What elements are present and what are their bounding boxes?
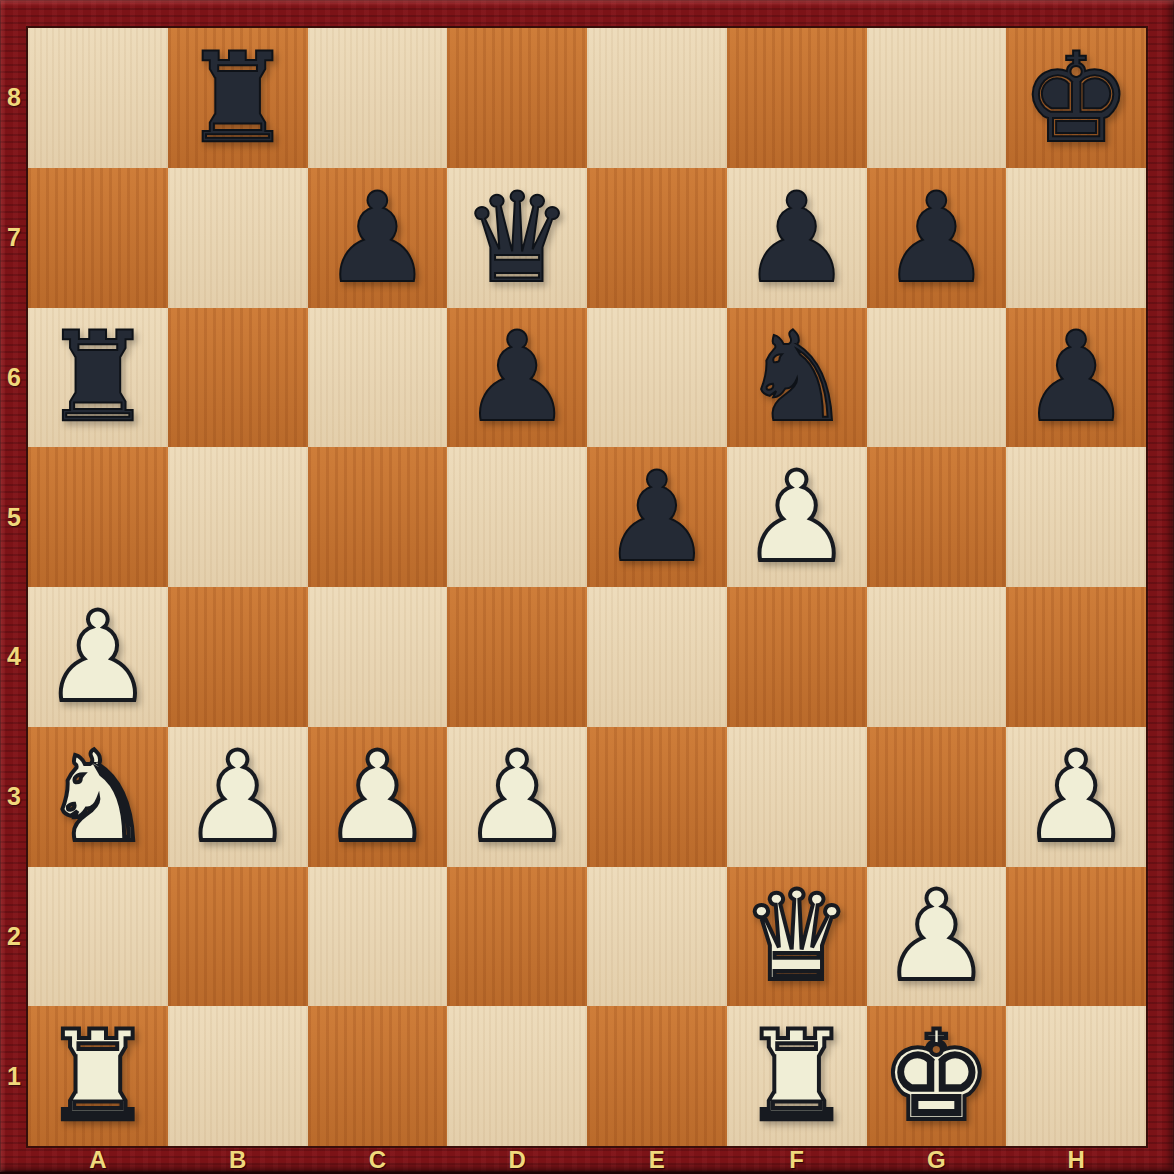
square-h6[interactable]: ♟ [1006,308,1146,448]
square-c5[interactable] [308,447,448,587]
square-a4[interactable]: ♟ [28,587,168,727]
square-d4[interactable] [447,587,587,727]
square-f1[interactable]: ♜ [727,1006,867,1146]
file-label-A: A [28,1146,168,1174]
square-h3[interactable]: ♟ [1006,727,1146,867]
piece-white-rook[interactable]: ♜ [42,1014,153,1138]
square-b6[interactable] [168,308,308,448]
square-f5[interactable]: ♟ [727,447,867,587]
square-h8[interactable]: ♚ [1006,28,1146,168]
piece-white-pawn[interactable]: ♟ [182,735,293,859]
square-a1[interactable]: ♜ [28,1006,168,1146]
square-e2[interactable] [587,867,727,1007]
piece-white-pawn[interactable]: ♟ [322,735,433,859]
square-d5[interactable] [447,447,587,587]
square-e3[interactable] [587,727,727,867]
rank-label-8: 8 [0,28,28,168]
piece-black-pawn[interactable]: ♟ [881,176,992,300]
square-e1[interactable] [587,1006,727,1146]
square-b3[interactable]: ♟ [168,727,308,867]
square-e8[interactable] [587,28,727,168]
square-f3[interactable] [727,727,867,867]
file-label-F: F [727,1146,867,1174]
piece-white-queen[interactable]: ♛ [741,874,852,998]
piece-white-pawn[interactable]: ♟ [462,735,573,859]
square-f8[interactable] [727,28,867,168]
piece-white-pawn[interactable]: ♟ [1021,735,1132,859]
square-e5[interactable]: ♟ [587,447,727,587]
rank-label-1: 1 [0,1006,28,1146]
file-label-G: G [867,1146,1007,1174]
square-g8[interactable] [867,28,1007,168]
chess-board: ♜♚♟♛♟♟♜♟♞♟♟♟♟♞♟♟♟♟♛♟♜♜♚ [28,28,1146,1146]
rank-label-4: 4 [0,587,28,727]
square-f6[interactable]: ♞ [727,308,867,448]
square-f4[interactable] [727,587,867,727]
file-label-H: H [1006,1146,1146,1174]
piece-black-king[interactable]: ♚ [1021,36,1132,160]
square-d8[interactable] [447,28,587,168]
square-h4[interactable] [1006,587,1146,727]
square-c6[interactable] [308,308,448,448]
file-label-C: C [308,1146,448,1174]
file-label-D: D [447,1146,587,1174]
square-a7[interactable] [28,168,168,308]
square-g5[interactable] [867,447,1007,587]
piece-white-pawn[interactable]: ♟ [42,595,153,719]
rank-label-3: 3 [0,727,28,867]
square-c7[interactable]: ♟ [308,168,448,308]
square-c4[interactable] [308,587,448,727]
file-label-E: E [587,1146,727,1174]
piece-white-pawn[interactable]: ♟ [881,874,992,998]
square-d1[interactable] [447,1006,587,1146]
piece-black-pawn[interactable]: ♟ [462,315,573,439]
square-h2[interactable] [1006,867,1146,1007]
square-c2[interactable] [308,867,448,1007]
square-d6[interactable]: ♟ [447,308,587,448]
square-b7[interactable] [168,168,308,308]
square-b1[interactable] [168,1006,308,1146]
square-g3[interactable] [867,727,1007,867]
square-c3[interactable]: ♟ [308,727,448,867]
square-b5[interactable] [168,447,308,587]
piece-white-knight[interactable]: ♞ [42,735,153,859]
square-b4[interactable] [168,587,308,727]
chess-app-window: ♜♚♟♛♟♟♜♟♞♟♟♟♟♞♟♟♟♟♛♟♜♜♚ 87654321 ABCDEFG… [0,0,1174,1174]
piece-white-pawn[interactable]: ♟ [741,455,852,579]
square-e6[interactable] [587,308,727,448]
piece-black-pawn[interactable]: ♟ [1021,315,1132,439]
square-f2[interactable]: ♛ [727,867,867,1007]
square-g4[interactable] [867,587,1007,727]
square-f7[interactable]: ♟ [727,168,867,308]
square-g1[interactable]: ♚ [867,1006,1007,1146]
square-e4[interactable] [587,587,727,727]
piece-white-king[interactable]: ♚ [881,1014,992,1138]
square-a5[interactable] [28,447,168,587]
square-a2[interactable] [28,867,168,1007]
piece-black-rook[interactable]: ♜ [42,315,153,439]
square-d2[interactable] [447,867,587,1007]
rank-label-7: 7 [0,168,28,308]
square-d7[interactable]: ♛ [447,168,587,308]
piece-black-knight[interactable]: ♞ [741,315,852,439]
square-g2[interactable]: ♟ [867,867,1007,1007]
square-b8[interactable]: ♜ [168,28,308,168]
piece-black-pawn[interactable]: ♟ [601,455,712,579]
rank-label-5: 5 [0,447,28,587]
square-h1[interactable] [1006,1006,1146,1146]
square-h7[interactable] [1006,168,1146,308]
square-c1[interactable] [308,1006,448,1146]
file-label-B: B [168,1146,308,1174]
square-d3[interactable]: ♟ [447,727,587,867]
piece-black-pawn[interactable]: ♟ [741,176,852,300]
square-h5[interactable] [1006,447,1146,587]
square-a6[interactable]: ♜ [28,308,168,448]
piece-white-rook[interactable]: ♜ [741,1014,852,1138]
rank-label-2: 2 [0,867,28,1007]
square-e7[interactable] [587,168,727,308]
square-g6[interactable] [867,308,1007,448]
piece-black-pawn[interactable]: ♟ [322,176,433,300]
square-a3[interactable]: ♞ [28,727,168,867]
piece-black-queen[interactable]: ♛ [462,176,573,300]
square-a8[interactable] [28,28,168,168]
piece-black-rook[interactable]: ♜ [182,36,293,160]
square-c8[interactable] [308,28,448,168]
rank-label-6: 6 [0,308,28,448]
square-g7[interactable]: ♟ [867,168,1007,308]
square-b2[interactable] [168,867,308,1007]
